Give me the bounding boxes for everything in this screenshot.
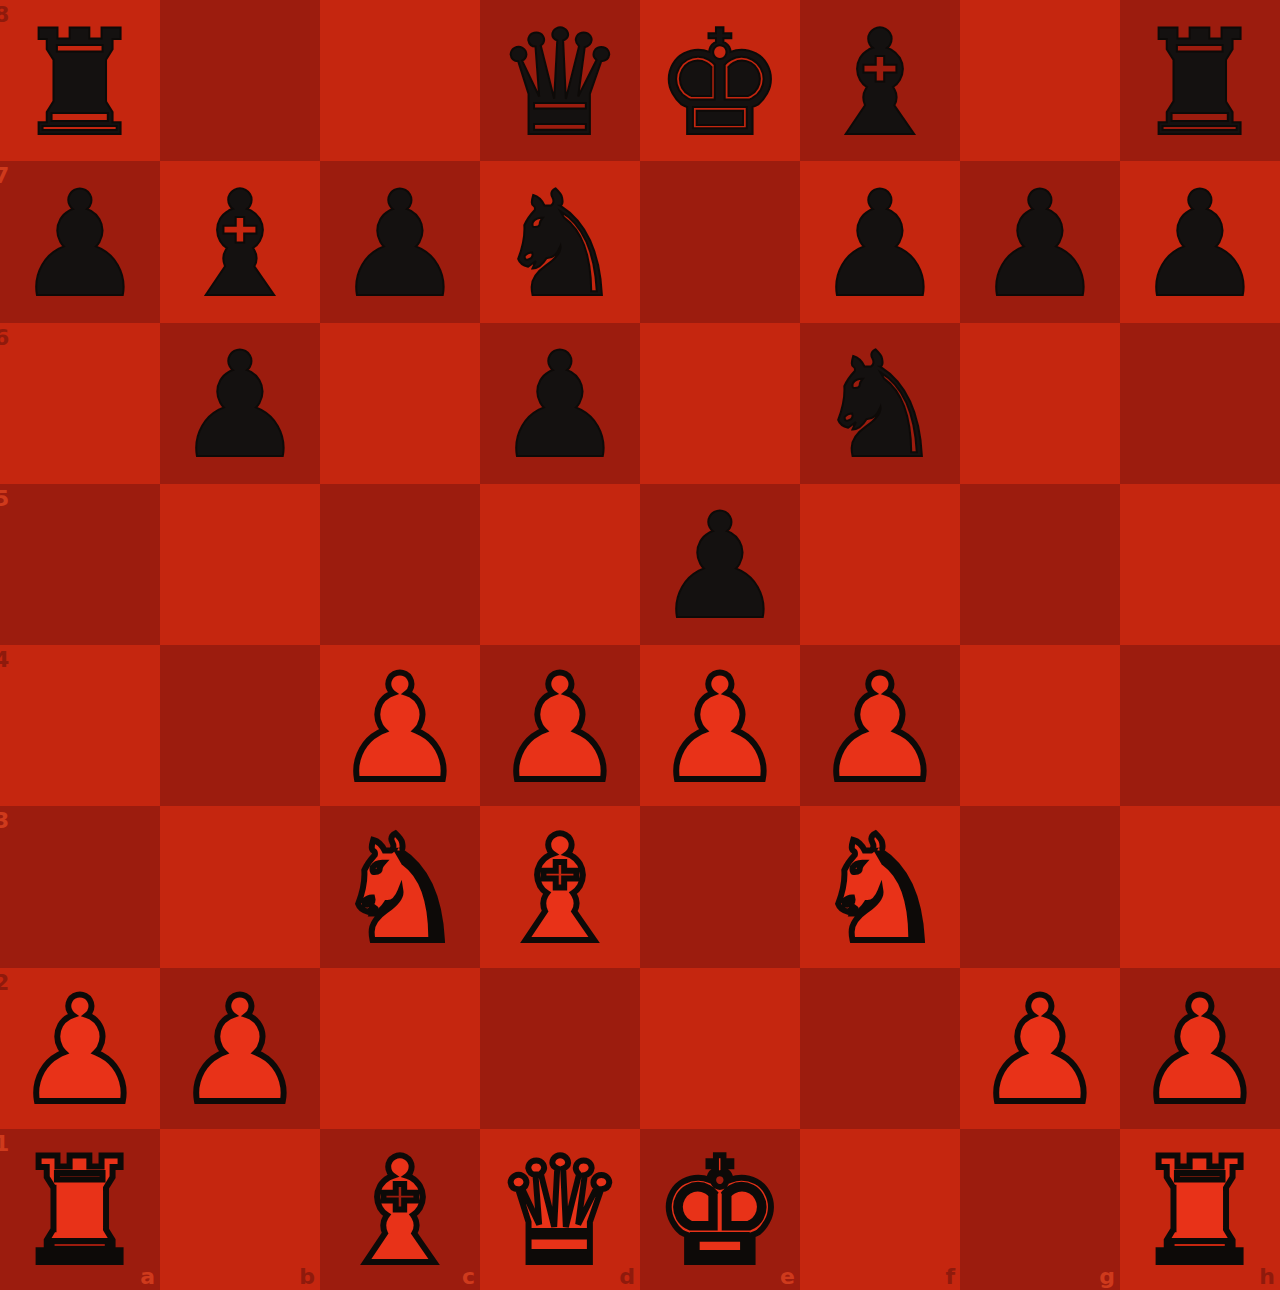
square-e7[interactable]	[640, 161, 800, 322]
square-h2[interactable]: ♟	[1120, 968, 1280, 1129]
square-f4[interactable]: ♟	[800, 645, 960, 806]
white-queen-d1[interactable]: ♛	[495, 1138, 626, 1284]
black-pawn-f7[interactable]: ♟	[815, 171, 946, 317]
white-pawn-c4[interactable]: ♟	[335, 655, 466, 801]
black-pawn-e5[interactable]: ♟	[655, 493, 786, 639]
rank-label-3: 3	[0, 810, 9, 832]
square-e5[interactable]: ♟	[640, 484, 800, 645]
square-a4[interactable]: 4	[0, 645, 160, 806]
square-a8[interactable]: 8♜	[0, 0, 160, 161]
square-b7[interactable]: ♝	[160, 161, 320, 322]
square-f2[interactable]	[800, 968, 960, 1129]
black-knight-d7[interactable]: ♞	[495, 171, 626, 317]
white-pawn-d4[interactable]: ♟	[495, 655, 626, 801]
square-a3[interactable]: 3	[0, 806, 160, 967]
square-b6[interactable]: ♟	[160, 323, 320, 484]
square-a5[interactable]: 5	[0, 484, 160, 645]
square-d5[interactable]	[480, 484, 640, 645]
black-pawn-a7[interactable]: ♟	[15, 171, 146, 317]
rank-label-5: 5	[0, 488, 9, 510]
file-label-g: g	[1099, 1266, 1115, 1288]
white-bishop-d3[interactable]: ♝	[495, 816, 626, 962]
black-pawn-g7[interactable]: ♟	[975, 171, 1106, 317]
white-pawn-b2[interactable]: ♟	[175, 977, 306, 1123]
black-pawn-c7[interactable]: ♟	[335, 171, 466, 317]
rank-label-2: 2	[0, 972, 9, 994]
square-d2[interactable]	[480, 968, 640, 1129]
white-knight-f3[interactable]: ♞	[815, 816, 946, 962]
square-h1[interactable]: h♜	[1120, 1129, 1280, 1290]
black-bishop-f8[interactable]: ♝	[815, 10, 946, 156]
square-f8[interactable]: ♝	[800, 0, 960, 161]
black-queen-d8[interactable]: ♛	[495, 10, 626, 156]
black-rook-h8[interactable]: ♜	[1135, 10, 1266, 156]
black-pawn-h7[interactable]: ♟	[1135, 171, 1266, 317]
white-pawn-a2[interactable]: ♟	[15, 977, 146, 1123]
white-rook-a1[interactable]: ♜	[15, 1138, 146, 1284]
black-pawn-b6[interactable]: ♟	[175, 332, 306, 478]
black-bishop-b7[interactable]: ♝	[175, 171, 306, 317]
square-c1[interactable]: c♝	[320, 1129, 480, 1290]
square-g7[interactable]: ♟	[960, 161, 1120, 322]
square-b2[interactable]: ♟	[160, 968, 320, 1129]
square-g2[interactable]: ♟	[960, 968, 1120, 1129]
rank-label-7: 7	[0, 165, 9, 187]
black-king-e8[interactable]: ♚	[655, 10, 786, 156]
square-a6[interactable]: 6	[0, 323, 160, 484]
square-c5[interactable]	[320, 484, 480, 645]
square-c3[interactable]: ♞	[320, 806, 480, 967]
black-pawn-d6[interactable]: ♟	[495, 332, 626, 478]
white-bishop-c1[interactable]: ♝	[335, 1138, 466, 1284]
black-knight-f6[interactable]: ♞	[815, 332, 946, 478]
square-a7[interactable]: 7♟	[0, 161, 160, 322]
white-knight-c3[interactable]: ♞	[335, 816, 466, 962]
square-g4[interactable]	[960, 645, 1120, 806]
square-c8[interactable]	[320, 0, 480, 161]
white-rook-h1[interactable]: ♜	[1135, 1138, 1266, 1284]
square-d4[interactable]: ♟	[480, 645, 640, 806]
square-f3[interactable]: ♞	[800, 806, 960, 967]
square-b4[interactable]	[160, 645, 320, 806]
square-f7[interactable]: ♟	[800, 161, 960, 322]
square-d1[interactable]: d♛	[480, 1129, 640, 1290]
white-pawn-e4[interactable]: ♟	[655, 655, 786, 801]
square-g8[interactable]	[960, 0, 1120, 161]
square-d8[interactable]: ♛	[480, 0, 640, 161]
square-c4[interactable]: ♟	[320, 645, 480, 806]
square-b8[interactable]	[160, 0, 320, 161]
square-c7[interactable]: ♟	[320, 161, 480, 322]
white-pawn-g2[interactable]: ♟	[975, 977, 1106, 1123]
rank-label-8: 8	[0, 4, 9, 26]
black-rook-a8[interactable]: ♜	[15, 10, 146, 156]
square-f5[interactable]	[800, 484, 960, 645]
chess-board: 8♜♛♚♝♜7♟♝♟♞♟♟♟6♟♟♞5♟4♟♟♟♟3♞♝♞2♟♟♟♟1a♜bc♝…	[0, 0, 1280, 1290]
square-h6[interactable]	[1120, 323, 1280, 484]
square-g6[interactable]	[960, 323, 1120, 484]
square-e4[interactable]: ♟	[640, 645, 800, 806]
square-c6[interactable]	[320, 323, 480, 484]
square-d7[interactable]: ♞	[480, 161, 640, 322]
square-h5[interactable]	[1120, 484, 1280, 645]
square-e6[interactable]	[640, 323, 800, 484]
square-d3[interactable]: ♝	[480, 806, 640, 967]
square-a1[interactable]: 1a♜	[0, 1129, 160, 1290]
square-f6[interactable]: ♞	[800, 323, 960, 484]
square-a2[interactable]: 2♟	[0, 968, 160, 1129]
white-pawn-h2[interactable]: ♟	[1135, 977, 1266, 1123]
rank-label-6: 6	[0, 327, 9, 349]
square-c2[interactable]	[320, 968, 480, 1129]
square-e1[interactable]: e♚	[640, 1129, 800, 1290]
square-h4[interactable]	[1120, 645, 1280, 806]
square-h8[interactable]: ♜	[1120, 0, 1280, 161]
square-e3[interactable]	[640, 806, 800, 967]
square-g5[interactable]	[960, 484, 1120, 645]
square-h3[interactable]	[1120, 806, 1280, 967]
square-b3[interactable]	[160, 806, 320, 967]
square-b5[interactable]	[160, 484, 320, 645]
square-b1[interactable]: b	[160, 1129, 320, 1290]
square-d6[interactable]: ♟	[480, 323, 640, 484]
square-h7[interactable]: ♟	[1120, 161, 1280, 322]
white-king-e1[interactable]: ♚	[655, 1138, 786, 1284]
rank-label-4: 4	[0, 649, 9, 671]
white-pawn-f4[interactable]: ♟	[815, 655, 946, 801]
square-g3[interactable]	[960, 806, 1120, 967]
file-label-b: b	[299, 1266, 315, 1288]
square-g1[interactable]: g	[960, 1129, 1120, 1290]
rank-label-1: 1	[0, 1133, 9, 1155]
file-label-f: f	[945, 1266, 955, 1288]
square-e8[interactable]: ♚	[640, 0, 800, 161]
square-f1[interactable]: f	[800, 1129, 960, 1290]
square-e2[interactable]	[640, 968, 800, 1129]
